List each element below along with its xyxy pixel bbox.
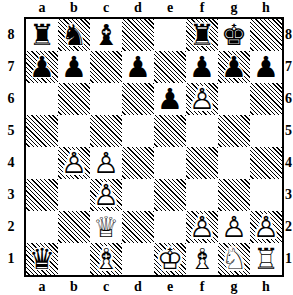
piece-glyph: ♟ <box>122 51 154 83</box>
rank-label-right-7: 7 <box>284 51 293 83</box>
file-label-bottom-b: b <box>58 279 90 295</box>
black-queen[interactable]: ♛ <box>26 243 58 275</box>
rank-label-right-4: 4 <box>284 147 293 179</box>
black-rook[interactable]: ♜ <box>186 19 218 51</box>
rank-label-left-2: 2 <box>0 211 22 243</box>
rank-label-right-3: 3 <box>284 179 293 211</box>
square-h8[interactable] <box>250 19 282 51</box>
square-d5[interactable] <box>122 115 154 147</box>
white-rook[interactable]: ♜♖ <box>250 243 282 275</box>
square-d8[interactable] <box>122 19 154 51</box>
square-g3[interactable] <box>218 179 250 211</box>
piece-glyph: ♟ <box>186 51 218 83</box>
file-label-top-d: d <box>122 0 154 16</box>
piece-outline-layer: ♙ <box>186 83 218 115</box>
white-bishop[interactable]: ♝♗ <box>90 243 122 275</box>
file-label-top-g: g <box>218 0 250 16</box>
square-f6[interactable]: ♟♙ <box>186 83 218 115</box>
square-f8[interactable]: ♜ <box>186 19 218 51</box>
file-label-top-c: c <box>90 0 122 16</box>
piece-outline-layer: ♙ <box>90 147 122 179</box>
file-label-top-f: f <box>186 0 218 16</box>
black-rook[interactable]: ♜ <box>26 19 58 51</box>
piece-outline-layer: ♘ <box>218 243 250 275</box>
square-h1[interactable]: ♜♖ <box>250 243 282 275</box>
file-label-top-e: e <box>154 0 186 16</box>
square-b5[interactable] <box>58 115 90 147</box>
piece-glyph: ♟ <box>58 51 90 83</box>
piece-outline-layer: ♕ <box>90 211 122 243</box>
square-g6[interactable] <box>218 83 250 115</box>
rank-label-right-8: 8 <box>284 19 293 51</box>
square-h2[interactable]: ♟♙ <box>250 211 282 243</box>
black-king[interactable]: ♚ <box>218 19 250 51</box>
square-f1[interactable]: ♝♗ <box>186 243 218 275</box>
square-a7[interactable]: ♟ <box>26 51 58 83</box>
square-f5[interactable] <box>186 115 218 147</box>
square-a6[interactable] <box>26 83 58 115</box>
file-labels-top: abcdefgh <box>26 0 282 16</box>
square-c2[interactable]: ♛♕ <box>90 211 122 243</box>
square-e2[interactable] <box>154 211 186 243</box>
square-g4[interactable] <box>218 147 250 179</box>
square-e3[interactable] <box>154 179 186 211</box>
square-b3[interactable] <box>58 179 90 211</box>
square-e7[interactable] <box>154 51 186 83</box>
square-f4[interactable] <box>186 147 218 179</box>
piece-glyph: ♜ <box>186 19 218 51</box>
rank-labels-right: 87654321 <box>284 19 293 275</box>
square-b1[interactable] <box>58 243 90 275</box>
white-pawn[interactable]: ♟♙ <box>186 83 218 115</box>
square-c5[interactable] <box>90 115 122 147</box>
square-b2[interactable] <box>58 211 90 243</box>
white-knight[interactable]: ♞♘ <box>218 243 250 275</box>
piece-outline-layer: ♙ <box>186 211 218 243</box>
black-pawn[interactable]: ♟ <box>218 51 250 83</box>
square-b4[interactable]: ♟♙ <box>58 147 90 179</box>
square-a8[interactable]: ♜ <box>26 19 58 51</box>
square-c3[interactable]: ♟♙ <box>90 179 122 211</box>
square-d4[interactable] <box>122 147 154 179</box>
piece-glyph: ♟ <box>218 51 250 83</box>
black-pawn[interactable]: ♟ <box>186 51 218 83</box>
piece-glyph: ♟ <box>154 83 186 115</box>
piece-outline-layer: ♙ <box>58 147 90 179</box>
square-g8[interactable]: ♚ <box>218 19 250 51</box>
square-c6[interactable] <box>90 83 122 115</box>
piece-outline-layer: ♙ <box>218 211 250 243</box>
square-a4[interactable] <box>26 147 58 179</box>
piece-outline-layer: ♔ <box>154 243 186 275</box>
rank-label-left-3: 3 <box>0 179 22 211</box>
square-g2[interactable]: ♟♙ <box>218 211 250 243</box>
chess-diagram: abcdefgh 87654321 ♜♞♝♜♚♟♟♟♟♟♟♟♟♙♟♙♟♙♟♙♛♕… <box>0 0 293 295</box>
square-g5[interactable] <box>218 115 250 147</box>
piece-outline-layer: ♙ <box>250 211 282 243</box>
white-pawn[interactable]: ♟♙ <box>218 211 250 243</box>
square-a1[interactable]: ♛ <box>26 243 58 275</box>
square-a2[interactable] <box>26 211 58 243</box>
square-b8[interactable]: ♞ <box>58 19 90 51</box>
rank-label-right-5: 5 <box>284 115 293 147</box>
white-queen[interactable]: ♛♕ <box>90 211 122 243</box>
square-f3[interactable] <box>186 179 218 211</box>
white-pawn[interactable]: ♟♙ <box>250 211 282 243</box>
rank-label-right-1: 1 <box>284 243 293 275</box>
piece-outline-layer: ♙ <box>90 179 122 211</box>
rank-label-right-6: 6 <box>284 83 293 115</box>
black-pawn[interactable]: ♟ <box>122 51 154 83</box>
file-label-bottom-a: a <box>26 279 58 295</box>
file-label-bottom-d: d <box>122 279 154 295</box>
square-c4[interactable]: ♟♙ <box>90 147 122 179</box>
black-pawn[interactable]: ♟ <box>154 83 186 115</box>
file-label-bottom-g: g <box>218 279 250 295</box>
square-d2[interactable] <box>122 211 154 243</box>
rank-label-left-7: 7 <box>0 51 22 83</box>
square-g7[interactable]: ♟ <box>218 51 250 83</box>
white-king[interactable]: ♚♔ <box>154 243 186 275</box>
rank-labels-left: 87654321 <box>0 19 22 275</box>
piece-glyph: ♞ <box>58 19 90 51</box>
white-pawn[interactable]: ♟♙ <box>186 211 218 243</box>
piece-glyph: ♜ <box>26 19 58 51</box>
square-b7[interactable]: ♟ <box>58 51 90 83</box>
square-h7[interactable]: ♟ <box>250 51 282 83</box>
square-e5[interactable] <box>154 115 186 147</box>
square-d1[interactable] <box>122 243 154 275</box>
rank-label-left-4: 4 <box>0 147 22 179</box>
square-a5[interactable] <box>26 115 58 147</box>
square-e4[interactable] <box>154 147 186 179</box>
white-bishop[interactable]: ♝♗ <box>186 243 218 275</box>
rank-label-left-8: 8 <box>0 19 22 51</box>
file-label-top-h: h <box>250 0 282 16</box>
square-h4[interactable] <box>250 147 282 179</box>
rank-label-left-1: 1 <box>0 243 22 275</box>
file-label-bottom-c: c <box>90 279 122 295</box>
square-a3[interactable] <box>26 179 58 211</box>
square-c1[interactable]: ♝♗ <box>90 243 122 275</box>
square-c8[interactable]: ♝ <box>90 19 122 51</box>
file-label-bottom-f: f <box>186 279 218 295</box>
square-h6[interactable] <box>250 83 282 115</box>
black-pawn[interactable]: ♟ <box>58 51 90 83</box>
square-e6[interactable]: ♟ <box>154 83 186 115</box>
file-label-top-b: b <box>58 0 90 16</box>
piece-outline-layer: ♖ <box>250 243 282 275</box>
rank-label-right-2: 2 <box>284 211 293 243</box>
square-f2[interactable]: ♟♙ <box>186 211 218 243</box>
square-e8[interactable] <box>154 19 186 51</box>
white-pawn[interactable]: ♟♙ <box>90 179 122 211</box>
file-label-bottom-e: e <box>154 279 186 295</box>
square-f7[interactable]: ♟ <box>186 51 218 83</box>
white-pawn[interactable]: ♟♙ <box>58 147 90 179</box>
square-e1[interactable]: ♚♔ <box>154 243 186 275</box>
black-pawn[interactable]: ♟ <box>26 51 58 83</box>
square-h5[interactable] <box>250 115 282 147</box>
board: ♜♞♝♜♚♟♟♟♟♟♟♟♟♙♟♙♟♙♟♙♛♕♟♙♟♙♟♙♛♝♗♚♔♝♗♞♘♜♖ <box>24 17 284 277</box>
piece-glyph: ♚ <box>218 19 250 51</box>
piece-glyph: ♟ <box>250 51 282 83</box>
square-d3[interactable] <box>122 179 154 211</box>
black-knight[interactable]: ♞ <box>58 19 90 51</box>
file-label-bottom-h: h <box>250 279 282 295</box>
black-bishop[interactable]: ♝ <box>90 19 122 51</box>
square-b6[interactable] <box>58 83 90 115</box>
file-label-top-a: a <box>26 0 58 16</box>
piece-outline-layer: ♗ <box>90 243 122 275</box>
square-d7[interactable]: ♟ <box>122 51 154 83</box>
white-pawn[interactable]: ♟♙ <box>90 147 122 179</box>
piece-glyph: ♟ <box>26 51 58 83</box>
file-labels-bottom: abcdefgh <box>26 279 282 295</box>
rank-label-left-5: 5 <box>0 115 22 147</box>
square-d6[interactable] <box>122 83 154 115</box>
square-c7[interactable] <box>90 51 122 83</box>
square-h3[interactable] <box>250 179 282 211</box>
black-pawn[interactable]: ♟ <box>250 51 282 83</box>
square-g1[interactable]: ♞♘ <box>218 243 250 275</box>
rank-label-left-6: 6 <box>0 83 22 115</box>
piece-glyph: ♛ <box>26 243 58 275</box>
piece-outline-layer: ♗ <box>186 243 218 275</box>
piece-glyph: ♝ <box>90 19 122 51</box>
